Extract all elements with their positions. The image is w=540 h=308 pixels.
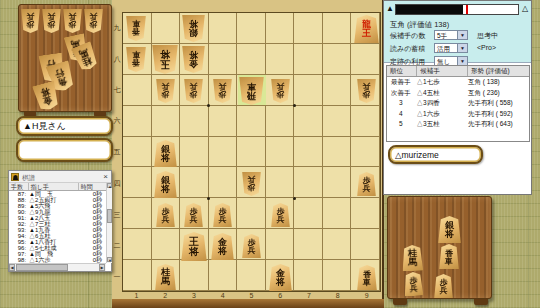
option-label: 読みの蓄積: [390, 44, 425, 54]
option-dropdown[interactable]: 5手▼: [434, 30, 468, 40]
board-square[interactable]: [294, 106, 323, 137]
engine-options: 候補手の数5手▼思考中読みの蓄積活用▼<Pro>定跡の利用無し▼: [384, 1, 531, 62]
candidate-rank: 4: [387, 109, 415, 120]
rank-label: 三: [112, 199, 122, 230]
candidate-move: △3四香: [415, 98, 466, 109]
board-square[interactable]: [237, 137, 266, 168]
shogi-piece-歩兵-sente[interactable]: 歩兵: [213, 79, 232, 103]
piece-kanji: 兵: [162, 83, 170, 91]
kifu-hscrollbar[interactable]: ◀ ▶: [9, 263, 106, 271]
piece-kanji: 馬: [408, 258, 417, 267]
shogi-piece-歩兵-sente[interactable]: 歩兵: [271, 79, 290, 103]
board-square[interactable]: [266, 167, 295, 198]
piece-kanji: 将: [161, 185, 170, 194]
piece-kanji: 兵: [363, 184, 371, 192]
board-square[interactable]: [294, 75, 323, 106]
piece-kanji: 兵: [69, 13, 77, 21]
candidate-row[interactable]: 最善手△1七歩互角 ( 138): [387, 77, 529, 88]
col-eval: 形勢 (評価値): [468, 66, 529, 76]
piece-kanji: 兵: [410, 284, 418, 292]
hoshi-dot: [293, 104, 296, 107]
piece-kanji: 銀: [189, 29, 198, 38]
board-square[interactable]: [123, 198, 152, 229]
piece-kanji: 将: [189, 51, 198, 60]
shogi-piece-桂馬-gote[interactable]: 桂馬: [402, 245, 424, 272]
kifu-title: 棋譜: [22, 174, 35, 183]
piece-kanji: 兵: [90, 13, 98, 21]
board-square[interactable]: [294, 229, 323, 260]
shogi-app: 123456789九八七六五四三二一 龍王銀将香車金将玉将香車歩兵歩兵飛車歩兵歩…: [0, 0, 540, 308]
board-square[interactable]: [323, 13, 352, 44]
piece-kanji: 車: [445, 257, 453, 265]
shogi-piece-歩兵-gote[interactable]: 歩兵: [156, 203, 175, 227]
board-square[interactable]: [294, 260, 323, 291]
kifu-col-move: 指し手: [29, 183, 79, 190]
board-square[interactable]: [266, 44, 295, 75]
shogi-piece-歩兵-gote[interactable]: 歩兵: [242, 234, 261, 258]
piece-kanji: 歩: [90, 21, 98, 29]
piece-kanji: 歩: [248, 184, 256, 192]
candidate-row[interactable]: 4△1六歩先手有利 ( 592): [387, 109, 529, 120]
board-square[interactable]: [237, 106, 266, 137]
scroll-right-icon[interactable]: ▶: [99, 264, 105, 271]
piece-kanji: 王: [189, 237, 199, 247]
kifu-window: 棋譜 × 手数 指し手 時間 87:▲同 玉0秒88:△2五銀打0秒89:▲5六…: [8, 170, 112, 272]
board-square[interactable]: [323, 44, 352, 75]
candidate-row[interactable]: 3△3四香先手有利 ( 558): [387, 98, 529, 109]
board-square[interactable]: [180, 137, 209, 168]
shogi-piece-歩兵-sente[interactable]: 歩兵: [184, 79, 203, 103]
board-square[interactable]: [123, 75, 152, 106]
gote-name-plate: △murizeme: [388, 145, 483, 164]
shogi-piece-歩兵-gote[interactable]: 歩兵: [403, 272, 423, 297]
komadai-leg: [393, 299, 407, 305]
scroll-thumb[interactable]: [16, 264, 68, 271]
file-label: 7: [295, 292, 324, 300]
scroll-down-icon[interactable]: ▼: [107, 257, 112, 262]
piece-kanji: 兵: [27, 13, 35, 21]
rank-label: 二: [112, 230, 122, 261]
candidate-table-header: 順位 候補手 形勢 (評価値): [387, 66, 529, 77]
shogi-piece-歩兵-sente[interactable]: 歩兵: [357, 79, 376, 103]
board-square[interactable]: [351, 137, 380, 168]
scroll-up-icon[interactable]: ▲: [107, 183, 112, 188]
piece-kanji: 車: [132, 21, 140, 29]
col-move: 候補手: [417, 66, 468, 76]
candidate-eval: 先手有利 ( 558): [466, 98, 529, 109]
hoshi-dot: [207, 197, 210, 200]
piece-kanji: 兵: [48, 13, 56, 21]
candidate-eval: 互角 ( 138): [466, 77, 529, 88]
rank-label: 六: [112, 105, 122, 136]
board-square[interactable]: [323, 260, 352, 291]
chevron-down-icon[interactable]: ▼: [457, 44, 467, 52]
candidate-eval: 先手有利 ( 643): [466, 119, 529, 130]
shogi-piece-王将-gote[interactable]: 王将: [181, 232, 207, 261]
candidate-rank: 5: [387, 119, 415, 130]
piece-kanji: 将: [218, 247, 227, 256]
shogi-piece-香車-sente[interactable]: 香車: [126, 16, 146, 41]
board-square[interactable]: [237, 44, 266, 75]
board-square[interactable]: [294, 167, 323, 198]
board-square[interactable]: [266, 13, 295, 44]
rank-label: 一: [112, 261, 122, 292]
candidate-eval: 先手有利 ( 592): [466, 109, 529, 120]
board-square[interactable]: [152, 13, 181, 44]
candidate-eval: 互角 ( 236): [466, 88, 529, 99]
candidate-row[interactable]: 5△3五桂先手有利 ( 643): [387, 119, 529, 130]
board-square[interactable]: [209, 137, 238, 168]
piece-kanji: 歩: [190, 91, 198, 99]
piece-kanji: 馬: [78, 47, 90, 59]
shogi-piece-金将-sente[interactable]: 金将: [182, 46, 205, 73]
board-square[interactable]: [351, 229, 380, 260]
board-square[interactable]: [209, 13, 238, 44]
rank-label: 四: [112, 168, 122, 199]
board-square[interactable]: [123, 106, 152, 137]
piece-kanji: 兵: [440, 286, 448, 294]
piece-kanji: 歩: [162, 91, 170, 99]
piece-kanji: 将: [40, 87, 51, 98]
candidate-rank: 最善手: [387, 77, 415, 88]
shogi-piece-歩兵-sente[interactable]: 歩兵: [242, 172, 261, 196]
board-square[interactable]: [180, 167, 209, 198]
piece-kanji: 車: [363, 278, 371, 286]
piece-kanji: 歩: [277, 91, 285, 99]
candidate-move: △3五桂: [415, 119, 466, 130]
piece-kanji: 歩: [69, 21, 77, 29]
board-square[interactable]: [209, 167, 238, 198]
board-square[interactable]: [180, 106, 209, 137]
kifu-col-moveno: 手数: [9, 183, 29, 190]
board-square[interactable]: [294, 198, 323, 229]
rank-label: 八: [112, 43, 122, 74]
col-rank: 順位: [387, 66, 417, 76]
kifu-move-list: 87:▲同 玉0秒88:△2五銀打0秒89:▲5六飛0秒90:△9九龍0秒91:…: [9, 191, 106, 263]
board-square[interactable]: [351, 198, 380, 229]
shogi-piece-歩兵-sente[interactable]: 歩兵: [42, 9, 61, 33]
piece-kanji: 車: [132, 52, 140, 60]
board-square[interactable]: [323, 75, 352, 106]
piece-kanji: 馬: [161, 277, 170, 286]
shogi-piece-歩兵-gote[interactable]: 歩兵: [184, 203, 203, 227]
piece-kanji: 歩: [363, 91, 371, 99]
shogi-piece-金将-gote[interactable]: 金将: [269, 264, 292, 291]
engine-status-text: <Pro>: [477, 44, 496, 51]
shogi-piece-歩兵-gote[interactable]: 歩兵: [271, 203, 290, 227]
board-square[interactable]: [152, 106, 181, 137]
piece-kanji: 兵: [363, 83, 371, 91]
board-square[interactable]: [209, 44, 238, 75]
engine-status-text: 思考中: [477, 31, 498, 41]
candidate-row[interactable]: 次善手△4五桂互角 ( 236): [387, 88, 529, 99]
piece-kanji: 兵: [190, 83, 198, 91]
board-square[interactable]: [123, 260, 152, 291]
file-label: 1: [122, 292, 151, 300]
file-label: 8: [323, 292, 352, 300]
piece-kanji: 兵: [248, 246, 256, 254]
board-square[interactable]: [123, 167, 152, 198]
piece-kanji: 香: [132, 29, 140, 37]
option-dropdown[interactable]: 活用▼: [434, 43, 468, 53]
piece-kanji: 将: [161, 154, 170, 163]
shogi-piece-歩兵-sente[interactable]: 歩兵: [156, 79, 175, 103]
shogi-piece-icon: [11, 173, 19, 181]
shogi-piece-香車-gote[interactable]: 香車: [357, 265, 377, 290]
board-square[interactable]: [209, 260, 238, 291]
option-label: 候補手の数: [390, 31, 425, 41]
candidate-move: △1六歩: [415, 109, 466, 120]
komadai-leg: [474, 299, 488, 305]
hoshi-dot: [207, 104, 210, 107]
piece-kanji: 将: [276, 278, 285, 287]
candidate-rows: 最善手△1七歩互角 ( 138)次善手△4五桂互角 ( 236)3△3四香先手有…: [387, 77, 529, 130]
board-square[interactable]: [323, 198, 352, 229]
shogi-piece-歩兵-sente[interactable]: 歩兵: [84, 9, 103, 33]
file-label: 4: [208, 292, 237, 300]
sente-name-plate: ▲H見さん: [16, 116, 113, 136]
analysis-header-area: ▲ △ 互角 (評価値 138) 候補手の数5手▼思考中読みの蓄積活用▼<Pro…: [384, 1, 531, 63]
piece-kanji: 将: [189, 20, 198, 29]
shogi-piece-銀将-gote[interactable]: 銀将: [154, 140, 177, 167]
piece-kanji: 歩: [219, 91, 227, 99]
piece-kanji: 兵: [277, 83, 285, 91]
kifu-header-row: 手数 指し手 時間: [9, 183, 106, 191]
board-square[interactable]: [323, 137, 352, 168]
shogi-piece-桂馬-gote[interactable]: 桂馬: [155, 264, 176, 290]
file-label: 2: [151, 292, 180, 300]
rank-label: 七: [112, 74, 122, 105]
board-square[interactable]: [294, 137, 323, 168]
piece-kanji: 兵: [162, 215, 170, 223]
piece-kanji: 金: [189, 60, 198, 69]
piece-kanji: 兵: [248, 176, 256, 184]
board-frame-bottom: [112, 299, 384, 308]
piece-kanji: 兵: [219, 215, 227, 223]
shogi-piece-香車-sente[interactable]: 香車: [126, 47, 146, 72]
shogi-piece-龍王-gote[interactable]: 龍王: [354, 15, 379, 43]
candidate-table: 順位 候補手 形勢 (評価値) 最善手△1七歩互角 ( 138)次善手△4五桂互…: [386, 65, 530, 142]
piece-kanji: 将: [445, 230, 454, 239]
shogi-piece-歩兵-sente[interactable]: 歩兵: [21, 9, 40, 33]
shogi-piece-飛車-sente[interactable]: 飛車: [239, 77, 264, 105]
candidate-rank: 次善手: [387, 88, 415, 99]
piece-kanji: 歩: [27, 21, 35, 29]
shogi-piece-歩兵-gote[interactable]: 歩兵: [434, 274, 453, 298]
rank-label: 九: [112, 12, 122, 43]
board-square[interactable]: [123, 137, 152, 168]
sente-name: ▲H見さん: [23, 120, 66, 133]
board-square[interactable]: [237, 260, 266, 291]
board-square[interactable]: [266, 137, 295, 168]
board-square[interactable]: [323, 229, 352, 260]
board-square[interactable]: [152, 229, 181, 260]
piece-kanji: 兵: [277, 215, 285, 223]
candidate-move: △4五桂: [415, 88, 466, 99]
close-icon[interactable]: ×: [103, 172, 108, 181]
kifu-vscrollbar[interactable]: ▲ ▼: [106, 183, 112, 263]
board-square[interactable]: [266, 106, 295, 137]
file-label: 5: [237, 292, 266, 300]
shogi-piece-歩兵-gote[interactable]: 歩兵: [213, 203, 232, 227]
board-square[interactable]: [351, 106, 380, 137]
analysis-panel: ▲ △ 互角 (評価値 138) 候補手の数5手▼思考中読みの蓄積活用▼<Pro…: [383, 0, 532, 195]
rank-label: 五: [112, 136, 122, 167]
board-square[interactable]: [209, 106, 238, 137]
board-square[interactable]: [351, 44, 380, 75]
kifu-col-time: 時間: [79, 183, 106, 190]
shogi-piece-金将-gote[interactable]: 金将: [211, 233, 234, 260]
board-square[interactable]: [266, 229, 295, 260]
piece-kanji: 車: [247, 82, 256, 91]
board-square[interactable]: [294, 13, 323, 44]
board-square[interactable]: [123, 229, 152, 260]
scroll-thumb[interactable]: [107, 209, 112, 223]
piece-kanji: 兵: [190, 215, 198, 223]
shogi-piece-歩兵-sente[interactable]: 歩兵: [63, 9, 82, 33]
file-label: 3: [180, 292, 209, 300]
board-square[interactable]: [237, 13, 266, 44]
kifu-titlebar[interactable]: 棋譜 ×: [9, 171, 111, 183]
board-square[interactable]: [294, 44, 323, 75]
piece-kanji: 将: [189, 247, 199, 257]
file-label: 6: [266, 292, 295, 300]
piece-kanji: 兵: [219, 83, 227, 91]
file-label: 9: [352, 292, 381, 300]
board-square[interactable]: [323, 106, 352, 137]
gote-name: △murizeme: [395, 150, 439, 160]
gote-hand-pieces: 銀将桂馬香車歩兵歩兵: [387, 196, 492, 299]
chevron-down-icon[interactable]: ▼: [457, 57, 467, 65]
candidate-move: △1七歩: [415, 77, 466, 88]
scroll-left-icon[interactable]: ◀: [9, 264, 15, 271]
board-square[interactable]: [323, 167, 352, 198]
sente-clock-plate: [16, 138, 113, 162]
piece-kanji: 行: [54, 67, 65, 78]
piece-kanji: 飛: [247, 91, 256, 100]
shogi-piece-銀将-gote[interactable]: 銀将: [154, 171, 177, 198]
sente-hand-pieces: 歩兵歩兵歩兵歩兵桂馬桂馬角行角行金将: [18, 4, 112, 112]
shogi-piece-銀将-sente[interactable]: 銀将: [182, 15, 205, 42]
shogi-piece-歩兵-gote[interactable]: 歩兵: [357, 172, 376, 196]
board-square[interactable]: [180, 260, 209, 291]
shogi-piece-香車-gote[interactable]: 香車: [439, 244, 459, 269]
board-square[interactable]: [237, 198, 266, 229]
chevron-down-icon[interactable]: ▼: [457, 31, 467, 39]
candidate-rank: 3: [387, 98, 415, 109]
piece-kanji: 玉: [160, 60, 170, 70]
shogi-piece-銀将-gote[interactable]: 銀将: [438, 216, 461, 243]
piece-kanji: 歩: [48, 21, 56, 29]
shogi-piece-玉将-sente[interactable]: 玉将: [152, 45, 178, 74]
piece-kanji: 王: [362, 29, 371, 38]
piece-kanji: 香: [132, 60, 140, 68]
piece-kanji: 将: [160, 50, 170, 60]
